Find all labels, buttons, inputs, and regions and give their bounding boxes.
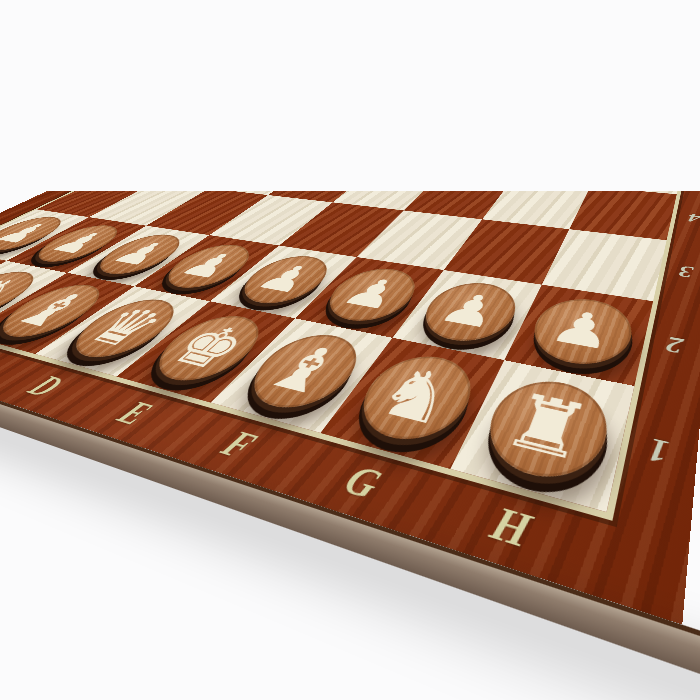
pawn-icon: ♟: [544, 304, 619, 358]
pawn-icon: ♟: [171, 248, 247, 284]
pawn-icon: ♟: [333, 273, 410, 316]
bishop-icon: ♝: [251, 336, 358, 405]
photo-crop-top: [0, 0, 700, 191]
piece-white-rook-h1[interactable]: ♜: [473, 373, 617, 491]
pawn-icon: ♟: [431, 287, 508, 335]
chessboard-photo: ♟♟♟♟♟♟♟♟♜♞♝♛♚♝♞♜ ABCDEFGH12345678: [0, 0, 700, 700]
pawn-icon: ♟: [247, 260, 324, 299]
rook-icon: ♜: [493, 383, 599, 475]
piece-white-pawn-h2[interactable]: ♟: [522, 293, 638, 372]
knight-icon: ♞: [362, 358, 469, 437]
